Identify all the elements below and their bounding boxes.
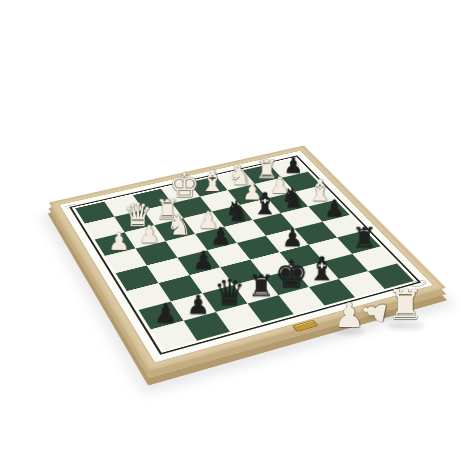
square-b5 bbox=[136, 241, 178, 265]
off-board-white-rook-upright: ♜ bbox=[387, 285, 424, 326]
product-photo-background: ♚♝♞♜♟♛♜♟♟♟♟♞♟♞♝♞♝♟♟♟♟♜♟♟♛♜♚♝ ♟♟♜ bbox=[0, 0, 474, 472]
square-e5 bbox=[224, 220, 266, 243]
wooden-board-frame: ♚♝♞♜♟♛♜♟♟♟♟♞♟♞♝♞♝♟♟♟♟♜♟♟♛♜♚♝ bbox=[49, 146, 446, 372]
white-pawn-glyph: ♟ bbox=[139, 222, 161, 246]
black-pawn-glyph: ♟ bbox=[324, 197, 345, 220]
black-pawn-glyph: ♟ bbox=[284, 154, 304, 176]
chess-board: ♚♝♞♜♟♛♜♟♟♟♟♞♟♞♝♞♝♟♟♟♟♜♟♟♛♜♚♝ bbox=[49, 146, 446, 372]
square-c5 bbox=[166, 234, 208, 258]
square-a3 bbox=[127, 283, 171, 310]
white-knight-glyph: ♞ bbox=[166, 211, 192, 240]
black-rook-glyph: ♜ bbox=[352, 224, 377, 252]
